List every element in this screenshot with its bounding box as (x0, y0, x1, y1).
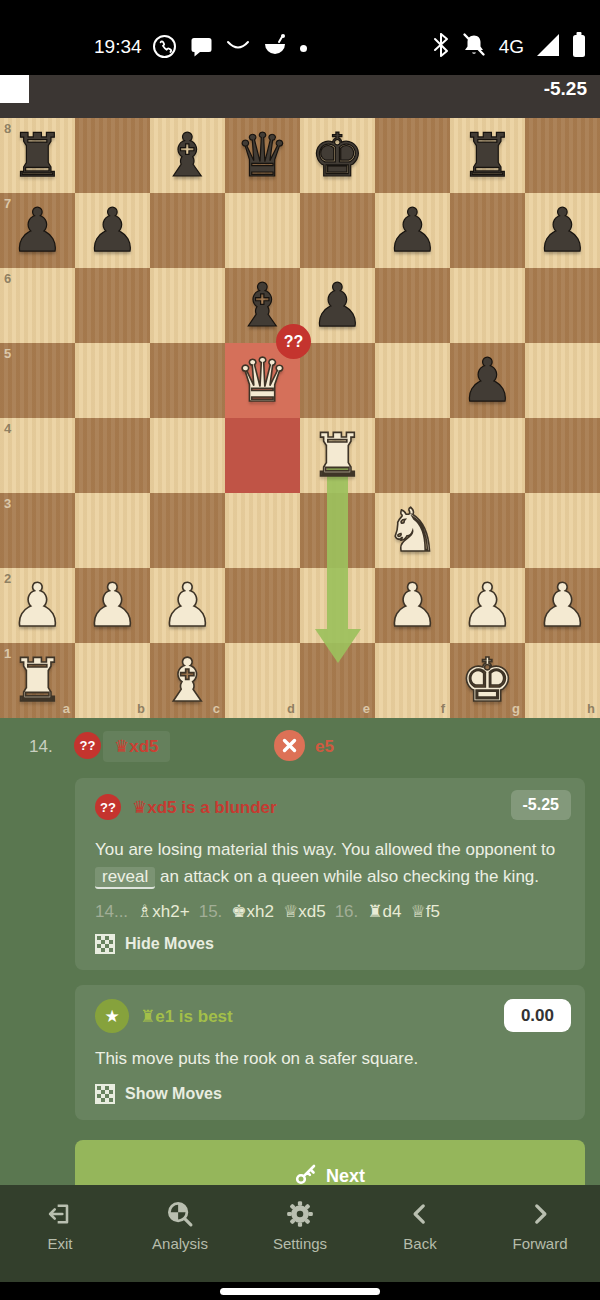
square-c6[interactable] (150, 268, 225, 343)
signal-strength-icon (536, 33, 560, 61)
black-pawn-f7[interactable]: ♟ (375, 193, 450, 268)
white-pawn-h2[interactable]: ♟ (525, 568, 600, 643)
square-g4[interactable] (450, 418, 525, 493)
file-label-c: c (213, 701, 220, 716)
black-king-e8[interactable]: ♚ (300, 118, 375, 193)
notification-dot-icon (300, 45, 307, 52)
file-label-g: g (512, 701, 520, 716)
square-h8[interactable] (525, 118, 600, 193)
square-c2[interactable]: ♟ (150, 568, 225, 643)
square-a8[interactable]: 8♜ (0, 118, 75, 193)
black-pawn-b7[interactable]: ♟ (75, 193, 150, 268)
back-icon (407, 1198, 433, 1230)
checkerboard-icon (95, 1084, 115, 1104)
square-d1[interactable]: d (225, 643, 300, 718)
square-h6[interactable] (525, 268, 600, 343)
variation-move[interactable]: ♕f5 (410, 902, 439, 921)
square-g3[interactable] (450, 493, 525, 568)
best-eval-badge: 0.00 (504, 999, 571, 1032)
notifications-off-icon (461, 32, 487, 62)
alternative-move[interactable]: e5 (315, 737, 334, 757)
best-card-header: ★ ♜e1 is best 0.00 (95, 999, 565, 1033)
square-f6[interactable] (375, 268, 450, 343)
checkerboard-icon (95, 934, 115, 954)
black-pawn-a7[interactable]: ♟ (0, 193, 75, 268)
reveal-term-chip[interactable]: reveal (95, 867, 155, 889)
variation-move[interactable]: ♚xh2 (231, 902, 274, 921)
square-c5[interactable] (150, 343, 225, 418)
square-e6[interactable]: ♟ (300, 268, 375, 343)
curve-icon (226, 39, 250, 57)
clock: 19:34 (94, 36, 142, 58)
square-d4[interactable] (225, 418, 300, 493)
variation-move-number: 16. (335, 902, 359, 921)
square-f5[interactable] (375, 343, 450, 418)
square-b8[interactable] (75, 118, 150, 193)
square-d7[interactable] (225, 193, 300, 268)
nav-label-back: Back (403, 1235, 436, 1252)
bowl-icon (263, 34, 287, 63)
white-pawn-g2[interactable]: ♟ (450, 568, 525, 643)
square-c4[interactable] (150, 418, 225, 493)
gesture-bar-area (0, 1282, 600, 1300)
square-g8[interactable]: ♜ (450, 118, 525, 193)
square-f8[interactable] (375, 118, 450, 193)
square-b4[interactable] (75, 418, 150, 493)
square-e5[interactable] (300, 343, 375, 418)
square-a2[interactable]: 2♟ (0, 568, 75, 643)
square-c1[interactable]: c♝ (150, 643, 225, 718)
nav-item-forward[interactable]: Forward (480, 1185, 600, 1282)
hide-moves-button[interactable]: Hide Moves (95, 934, 565, 954)
square-d3[interactable] (225, 493, 300, 568)
rank-label-7: 7 (4, 196, 11, 211)
square-e4[interactable]: ♜ (300, 418, 375, 493)
black-bishop-c8[interactable]: ♝ (150, 118, 225, 193)
chat-bubble-icon (190, 35, 213, 62)
black-pawn-g5[interactable]: ♟ (450, 343, 525, 418)
chess-board[interactable]: 8♜♝♛♚♜7♟♟♟♟6♝♟5♛♟4♜3♞2♟♟♟♟♟♟1a♜bc♝defg♚h… (0, 118, 600, 718)
explanation-line-2-text: an attack on a queen while also checking… (160, 867, 539, 886)
square-a6[interactable]: 6 (0, 268, 75, 343)
bluetooth-icon (433, 32, 449, 62)
square-b6[interactable] (75, 268, 150, 343)
blunder-title: ♛xd5 is a blunder (132, 797, 277, 818)
square-f1[interactable]: f (375, 643, 450, 718)
file-label-e: e (363, 701, 370, 716)
variation-move-number: 14... (95, 902, 128, 921)
file-label-a: a (63, 701, 70, 716)
bottom-navigation: Exit Analysis Settings Back Forward (0, 1185, 600, 1282)
square-c8[interactable]: ♝ (150, 118, 225, 193)
rank-label-5: 5 (4, 346, 11, 361)
show-moves-label: Show Moves (125, 1085, 222, 1103)
white-pawn-a2[interactable]: ♟ (0, 568, 75, 643)
square-a7[interactable]: 7♟ (0, 193, 75, 268)
square-h7[interactable]: ♟ (525, 193, 600, 268)
best-move-arrow-head (315, 629, 361, 663)
square-e7[interactable] (300, 193, 375, 268)
square-h4[interactable] (525, 418, 600, 493)
black-queen-d8[interactable]: ♛ (225, 118, 300, 193)
nav-item-exit[interactable]: Exit (0, 1185, 120, 1282)
white-knight-f3[interactable]: ♞ (375, 493, 450, 568)
square-a3[interactable]: 3 (0, 493, 75, 568)
variation-moves: 14...♗xh2+15.♚xh2♕xd516.♜d4♕f5 (95, 900, 565, 924)
nav-item-settings[interactable]: Settings (240, 1185, 360, 1282)
square-b1[interactable]: b (75, 643, 150, 718)
square-f7[interactable]: ♟ (375, 193, 450, 268)
whatsapp-icon (152, 34, 177, 63)
file-label-h: h (587, 701, 595, 716)
next-label: Next (326, 1166, 365, 1187)
square-h5[interactable] (525, 343, 600, 418)
rank-label-8: 8 (4, 121, 11, 136)
blunder-badge-icon: ?? (95, 794, 121, 820)
best-move-card: ★ ♜e1 is best 0.00 This move puts the ro… (75, 985, 585, 1120)
blunder-explanation: You are losing material this way. You al… (95, 836, 565, 890)
square-a4[interactable]: 4 (0, 418, 75, 493)
square-h1[interactable]: h (525, 643, 600, 718)
played-move-chip[interactable]: ♛xd5 (103, 731, 170, 762)
file-label-d: d (287, 701, 295, 716)
nav-item-analysis[interactable]: Analysis (120, 1185, 240, 1282)
white-pawn-c2[interactable]: ♟ (150, 568, 225, 643)
square-b3[interactable] (75, 493, 150, 568)
blunder-eval-badge: -5.25 (511, 790, 571, 820)
variation-move[interactable]: ♕xd5 (283, 902, 326, 921)
square-d2[interactable] (225, 568, 300, 643)
nav-label-exit: Exit (47, 1235, 72, 1252)
explanation-line-2: reveal an attack on a queen while also c… (95, 863, 565, 890)
network-type-label: 4G (499, 36, 524, 58)
black-rook-a8[interactable]: ♜ (0, 118, 75, 193)
chess-app-screen: 19:34 4G (0, 0, 600, 1300)
rank-label-2: 2 (4, 571, 11, 586)
black-pawn-e6[interactable]: ♟ (300, 268, 375, 343)
nav-label-analysis: Analysis (152, 1235, 208, 1252)
notification-icons (152, 33, 307, 63)
move-number: 14. (29, 737, 53, 757)
status-bar: 19:34 4G (0, 0, 600, 75)
square-e8[interactable]: ♚ (300, 118, 375, 193)
variation-move[interactable]: ♜d4 (367, 902, 401, 921)
nav-label-settings: Settings (273, 1235, 327, 1252)
square-g6[interactable] (450, 268, 525, 343)
incorrect-icon (274, 730, 305, 761)
best-move-star-icon: ★ (95, 999, 129, 1033)
white-pawn-f2[interactable]: ♟ (375, 568, 450, 643)
settings-icon (286, 1198, 314, 1230)
square-b7[interactable]: ♟ (75, 193, 150, 268)
square-c7[interactable] (150, 193, 225, 268)
square-a1[interactable]: 1a♜ (0, 643, 75, 718)
hide-moves-label: Hide Moves (125, 935, 214, 953)
square-b2[interactable]: ♟ (75, 568, 150, 643)
square-b5[interactable] (75, 343, 150, 418)
blunder-card: ?? ♛xd5 is a blunder -5.25 You are losin… (75, 778, 585, 970)
square-f3[interactable]: ♞ (375, 493, 450, 568)
evaluation-bar-white-segment (0, 75, 29, 103)
system-icons: 4G (433, 31, 586, 63)
square-d8[interactable]: ♛ (225, 118, 300, 193)
square-g2[interactable]: ♟ (450, 568, 525, 643)
explanation-line-1: You are losing material this way. You al… (95, 836, 565, 863)
forward-icon (527, 1198, 553, 1230)
battery-icon (572, 32, 586, 62)
black-rook-g8[interactable]: ♜ (450, 118, 525, 193)
square-h2[interactable]: ♟ (525, 568, 600, 643)
rank-label-4: 4 (4, 421, 11, 436)
white-pawn-b2[interactable]: ♟ (75, 568, 150, 643)
square-g1[interactable]: g♚ (450, 643, 525, 718)
analysis-icon (165, 1198, 195, 1230)
square-g5[interactable]: ♟ (450, 343, 525, 418)
square-h3[interactable] (525, 493, 600, 568)
evaluation-score: -5.25 (544, 78, 587, 100)
board-blunder-badge: ?? (276, 324, 311, 359)
rank-label-1: 1 (4, 646, 11, 661)
square-f4[interactable] (375, 418, 450, 493)
show-moves-button[interactable]: Show Moves (95, 1084, 565, 1104)
white-rook-e4[interactable]: ♜ (300, 418, 375, 493)
evaluation-bar: -5.25 (0, 75, 600, 118)
nav-label-forward: Forward (512, 1235, 567, 1252)
nav-item-back[interactable]: Back (360, 1185, 480, 1282)
rank-label-6: 6 (4, 271, 11, 286)
blunder-card-header: ?? ♛xd5 is a blunder -5.25 (95, 792, 565, 822)
square-a5[interactable]: 5 (0, 343, 75, 418)
best-move-explanation: This move puts the rook on a safer squar… (95, 1045, 565, 1072)
file-label-f: f (441, 701, 445, 716)
blunder-badge-icon: ?? (74, 732, 101, 759)
file-label-b: b (137, 701, 145, 716)
black-pawn-h7[interactable]: ♟ (525, 193, 600, 268)
variation-move[interactable]: ♗xh2+ (137, 902, 190, 921)
square-c3[interactable] (150, 493, 225, 568)
exit-icon (46, 1198, 74, 1230)
best-move-title: ♜e1 is best (140, 1006, 233, 1027)
square-f2[interactable]: ♟ (375, 568, 450, 643)
home-indicator[interactable] (220, 1288, 380, 1295)
rank-label-3: 3 (4, 496, 11, 511)
variation-move-number: 15. (199, 902, 223, 921)
square-g7[interactable] (450, 193, 525, 268)
